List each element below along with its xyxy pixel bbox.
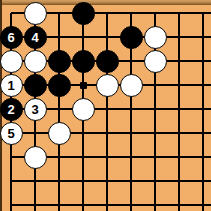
go-stone-black [120,26,143,49]
go-stone-white [72,98,95,121]
go-stone-white [144,50,167,73]
go-stone-black [24,74,47,97]
go-stone-black [96,50,119,73]
go-stone-white [0,50,23,73]
go-stone-white-move-1: 1 [0,74,23,97]
star-point [80,82,87,89]
go-stone-black-move-2: 2 [0,98,23,121]
go-stone-black-move-4: 4 [24,26,47,49]
go-stone-white [24,50,47,73]
go-stone-white [48,122,71,145]
go-stone-white [144,26,167,49]
go-stone-white [24,2,47,25]
grid-line-horizontal [11,204,211,206]
go-stone-black [72,50,95,73]
go-stone-black [72,2,95,25]
go-stone-black [48,74,71,97]
go-stone-white [96,74,119,97]
go-stone-white-move-3: 3 [24,98,47,121]
grid-line-horizontal [11,132,211,134]
go-stone-black-move-6: 6 [0,26,23,49]
go-stone-black [48,50,71,73]
grid-line-horizontal [11,180,211,182]
go-stone-white [120,74,143,97]
go-stone-white [24,146,47,169]
go-board: 641235 [0,0,211,211]
go-stone-white-move-5: 5 [0,122,23,145]
